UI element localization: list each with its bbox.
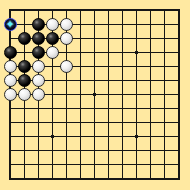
intersection-E8[interactable] [59, 73, 73, 87]
intersection-M3[interactable] [157, 143, 171, 157]
intersection-N3[interactable] [171, 143, 185, 157]
intersection-C13[interactable] [31, 3, 45, 17]
intersection-C8[interactable] [31, 73, 45, 87]
intersection-H2[interactable] [101, 157, 115, 171]
intersection-E5[interactable] [59, 115, 73, 129]
intersection-E4[interactable] [59, 129, 73, 143]
intersection-A2[interactable] [3, 157, 17, 171]
intersection-J10[interactable] [115, 45, 129, 59]
intersection-G5[interactable] [87, 115, 101, 129]
intersection-D13[interactable] [45, 3, 59, 17]
intersection-K3[interactable] [129, 143, 143, 157]
intersection-K4[interactable] [129, 129, 143, 143]
intersection-F5[interactable] [73, 115, 87, 129]
intersection-B2[interactable] [17, 157, 31, 171]
black-stone [18, 60, 31, 73]
intersection-A7[interactable] [3, 87, 17, 101]
white-stone [32, 88, 45, 101]
intersection-M4[interactable] [157, 129, 171, 143]
intersection-M9[interactable] [157, 59, 171, 73]
intersection-B12[interactable] [17, 17, 31, 31]
intersection-M5[interactable] [157, 115, 171, 129]
intersection-L1[interactable] [143, 171, 157, 185]
intersection-B3[interactable] [17, 143, 31, 157]
intersection-H6[interactable] [101, 101, 115, 115]
intersection-B8[interactable] [17, 73, 31, 87]
intersection-H4[interactable] [101, 129, 115, 143]
intersection-D9[interactable] [45, 59, 59, 73]
intersection-N1[interactable] [171, 171, 185, 185]
intersection-F7[interactable] [73, 87, 87, 101]
intersection-D2[interactable] [45, 157, 59, 171]
intersection-J3[interactable] [115, 143, 129, 157]
intersection-N4[interactable] [171, 129, 185, 143]
intersection-K2[interactable] [129, 157, 143, 171]
intersection-G12[interactable] [87, 17, 101, 31]
intersection-G9[interactable] [87, 59, 101, 73]
intersection-L12[interactable] [143, 17, 157, 31]
intersection-D10[interactable] [45, 45, 59, 59]
black-stone [18, 74, 31, 87]
black-stone [32, 32, 45, 45]
intersection-E9[interactable] [59, 59, 73, 73]
intersection-B4[interactable] [17, 129, 31, 143]
intersection-C1[interactable] [31, 171, 45, 185]
intersection-M11[interactable] [157, 31, 171, 45]
intersection-H10[interactable] [101, 45, 115, 59]
intersection-H8[interactable] [101, 73, 115, 87]
go-board: ✦ [0, 0, 190, 190]
intersection-L6[interactable] [143, 101, 157, 115]
intersection-N9[interactable] [171, 59, 185, 73]
intersection-N6[interactable] [171, 101, 185, 115]
intersection-L13[interactable] [143, 3, 157, 17]
intersection-H3[interactable] [101, 143, 115, 157]
intersection-L11[interactable] [143, 31, 157, 45]
intersection-A10[interactable] [3, 45, 17, 59]
intersection-J13[interactable] [115, 3, 129, 17]
intersection-B5[interactable] [17, 115, 31, 129]
intersection-B11[interactable] [17, 31, 31, 45]
intersection-N7[interactable] [171, 87, 185, 101]
intersection-G11[interactable] [87, 31, 101, 45]
intersection-B1[interactable] [17, 171, 31, 185]
marked-black-stone: ✦ [4, 18, 17, 31]
intersection-C3[interactable] [31, 143, 45, 157]
intersection-F9[interactable] [73, 59, 87, 73]
intersection-C9[interactable] [31, 59, 45, 73]
intersection-D8[interactable] [45, 73, 59, 87]
intersection-J7[interactable] [115, 87, 129, 101]
intersection-A6[interactable] [3, 101, 17, 115]
white-stone [46, 18, 59, 31]
white-stone [46, 46, 59, 59]
intersection-B6[interactable] [17, 101, 31, 115]
intersection-A1[interactable] [3, 171, 17, 185]
intersection-N2[interactable] [171, 157, 185, 171]
intersection-A3[interactable] [3, 143, 17, 157]
intersection-D3[interactable] [45, 143, 59, 157]
intersection-M12[interactable] [157, 17, 171, 31]
marker-star-icon: ✦ [5, 18, 14, 29]
intersection-G4[interactable] [87, 129, 101, 143]
intersection-K11[interactable] [129, 31, 143, 45]
intersection-E3[interactable] [59, 143, 73, 157]
black-stone [46, 32, 59, 45]
intersection-D11[interactable] [45, 31, 59, 45]
intersection-F8[interactable] [73, 73, 87, 87]
intersection-C2[interactable] [31, 157, 45, 171]
intersection-E10[interactable] [59, 45, 73, 59]
intersection-J4[interactable] [115, 129, 129, 143]
intersection-K12[interactable] [129, 17, 143, 31]
intersection-D6[interactable] [45, 101, 59, 115]
intersection-E11[interactable] [59, 31, 73, 45]
intersection-L5[interactable] [143, 115, 157, 129]
white-stone [4, 88, 17, 101]
intersection-L3[interactable] [143, 143, 157, 157]
intersection-K1[interactable] [129, 171, 143, 185]
intersection-J9[interactable] [115, 59, 129, 73]
intersection-C5[interactable] [31, 115, 45, 129]
white-stone [60, 60, 73, 73]
intersection-C12[interactable] [31, 17, 45, 31]
intersection-M7[interactable] [157, 87, 171, 101]
intersection-A9[interactable] [3, 59, 17, 73]
intersection-L9[interactable] [143, 59, 157, 73]
intersection-G6[interactable] [87, 101, 101, 115]
intersection-N5[interactable] [171, 115, 185, 129]
intersection-C11[interactable] [31, 31, 45, 45]
intersection-M10[interactable] [157, 45, 171, 59]
intersection-E7[interactable] [59, 87, 73, 101]
white-stone [32, 74, 45, 87]
intersection-G3[interactable] [87, 143, 101, 157]
black-stone [18, 32, 31, 45]
intersection-D1[interactable] [45, 171, 59, 185]
intersection-J11[interactable] [115, 31, 129, 45]
intersection-E13[interactable] [59, 3, 73, 17]
intersection-A12[interactable]: ✦ [3, 17, 17, 31]
intersection-A5[interactable] [3, 115, 17, 129]
intersection-H1[interactable] [101, 171, 115, 185]
intersection-M8[interactable] [157, 73, 171, 87]
intersection-A11[interactable] [3, 31, 17, 45]
intersection-M6[interactable] [157, 101, 171, 115]
intersection-J2[interactable] [115, 157, 129, 171]
intersection-M13[interactable] [157, 3, 171, 17]
intersection-C4[interactable] [31, 129, 45, 143]
intersection-D12[interactable] [45, 17, 59, 31]
intersection-G8[interactable] [87, 73, 101, 87]
intersection-G13[interactable] [87, 3, 101, 17]
intersection-F11[interactable] [73, 31, 87, 45]
intersection-K9[interactable] [129, 59, 143, 73]
intersection-F1[interactable] [73, 171, 87, 185]
white-stone [4, 74, 17, 87]
intersection-L10[interactable] [143, 45, 157, 59]
white-stone [4, 60, 17, 73]
intersection-B13[interactable] [17, 3, 31, 17]
intersection-N11[interactable] [171, 31, 185, 45]
intersection-F3[interactable] [73, 143, 87, 157]
intersection-F13[interactable] [73, 3, 87, 17]
intersection-K8[interactable] [129, 73, 143, 87]
intersection-N13[interactable] [171, 3, 185, 17]
black-stone [4, 46, 17, 59]
intersection-H12[interactable] [101, 17, 115, 31]
intersection-F10[interactable] [73, 45, 87, 59]
intersection-C6[interactable] [31, 101, 45, 115]
intersection-J6[interactable] [115, 101, 129, 115]
intersection-L4[interactable] [143, 129, 157, 143]
intersection-B9[interactable] [17, 59, 31, 73]
board-intersections: ✦ [3, 3, 185, 185]
intersection-K13[interactable] [129, 3, 143, 17]
intersection-M2[interactable] [157, 157, 171, 171]
intersection-B10[interactable] [17, 45, 31, 59]
intersection-E1[interactable] [59, 171, 73, 185]
intersection-D7[interactable] [45, 87, 59, 101]
intersection-J8[interactable] [115, 73, 129, 87]
intersection-F12[interactable] [73, 17, 87, 31]
intersection-K6[interactable] [129, 101, 143, 115]
intersection-D5[interactable] [45, 115, 59, 129]
intersection-E2[interactable] [59, 157, 73, 171]
intersection-M1[interactable] [157, 171, 171, 185]
intersection-E6[interactable] [59, 101, 73, 115]
intersection-H5[interactable] [101, 115, 115, 129]
intersection-H13[interactable] [101, 3, 115, 17]
intersection-G7[interactable] [87, 87, 101, 101]
intersection-F6[interactable] [73, 101, 87, 115]
intersection-A8[interactable] [3, 73, 17, 87]
intersection-A4[interactable] [3, 129, 17, 143]
intersection-D4[interactable] [45, 129, 59, 143]
intersection-A13[interactable] [3, 3, 17, 17]
intersection-L2[interactable] [143, 157, 157, 171]
intersection-J1[interactable] [115, 171, 129, 185]
intersection-H9[interactable] [101, 59, 115, 73]
intersection-N8[interactable] [171, 73, 185, 87]
intersection-N12[interactable] [171, 17, 185, 31]
intersection-L7[interactable] [143, 87, 157, 101]
intersection-N10[interactable] [171, 45, 185, 59]
intersection-G10[interactable] [87, 45, 101, 59]
intersection-H11[interactable] [101, 31, 115, 45]
black-stone [32, 18, 45, 31]
intersection-G2[interactable] [87, 157, 101, 171]
white-stone [32, 60, 45, 73]
white-stone [60, 18, 73, 31]
intersection-K10[interactable] [129, 45, 143, 59]
white-stone [60, 32, 73, 45]
intersection-K7[interactable] [129, 87, 143, 101]
black-stone [32, 46, 45, 59]
intersection-H7[interactable] [101, 87, 115, 101]
intersection-E12[interactable] [59, 17, 73, 31]
intersection-L8[interactable] [143, 73, 157, 87]
intersection-G1[interactable] [87, 171, 101, 185]
intersection-F4[interactable] [73, 129, 87, 143]
intersection-B7[interactable] [17, 87, 31, 101]
intersection-C10[interactable] [31, 45, 45, 59]
intersection-K5[interactable] [129, 115, 143, 129]
intersection-J5[interactable] [115, 115, 129, 129]
white-stone [18, 88, 31, 101]
intersection-F2[interactable] [73, 157, 87, 171]
intersection-J12[interactable] [115, 17, 129, 31]
intersection-C7[interactable] [31, 87, 45, 101]
